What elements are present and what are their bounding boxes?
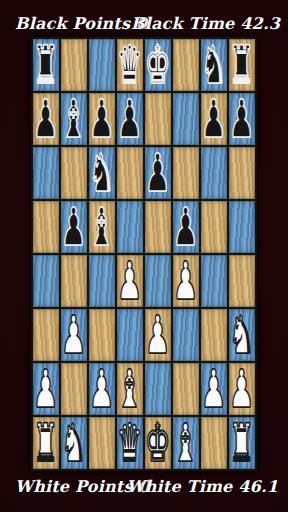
square-d2[interactable]: ♝ bbox=[117, 363, 143, 415]
square-e8[interactable]: ♚ bbox=[145, 39, 171, 91]
white-knight: ♞ bbox=[229, 309, 255, 361]
square-e1[interactable]: ♚ bbox=[145, 417, 171, 469]
square-g8[interactable]: ♞ bbox=[201, 39, 227, 91]
chess-board: ♜♛♚♞♜♟♝♟♟♟♟♞♟♟♝♟♟♟♟♟♞♟♟♝♟♟♜♞♛♚♝♜ bbox=[31, 37, 257, 471]
square-g2[interactable]: ♟ bbox=[201, 363, 227, 415]
square-a8[interactable]: ♜ bbox=[33, 39, 59, 91]
black-points-label: Black Points 0 bbox=[15, 14, 147, 33]
square-a3[interactable] bbox=[33, 309, 59, 361]
white-bishop: ♝ bbox=[117, 363, 143, 415]
square-c6[interactable]: ♞ bbox=[89, 147, 115, 199]
white-time-label: White Time 46.1 bbox=[127, 477, 278, 496]
white-bishop: ♝ bbox=[173, 417, 199, 469]
square-a7[interactable]: ♟ bbox=[33, 93, 59, 145]
square-d5[interactable] bbox=[117, 201, 143, 253]
square-a6[interactable] bbox=[33, 147, 59, 199]
square-d3[interactable] bbox=[117, 309, 143, 361]
square-f6[interactable] bbox=[173, 147, 199, 199]
square-b8[interactable] bbox=[61, 39, 87, 91]
black-king: ♚ bbox=[145, 39, 171, 91]
square-a2[interactable]: ♟ bbox=[33, 363, 59, 415]
square-b3[interactable]: ♟ bbox=[61, 309, 87, 361]
white-pawn: ♟ bbox=[229, 363, 255, 415]
black-pawn: ♟ bbox=[173, 201, 199, 253]
square-e7[interactable] bbox=[145, 93, 171, 145]
black-knight: ♞ bbox=[201, 39, 227, 91]
square-h6[interactable] bbox=[229, 147, 255, 199]
black-pawn: ♟ bbox=[33, 93, 59, 145]
square-g5[interactable] bbox=[201, 201, 227, 253]
square-a1[interactable]: ♜ bbox=[33, 417, 59, 469]
white-pawn: ♟ bbox=[33, 363, 59, 415]
square-f2[interactable] bbox=[173, 363, 199, 415]
square-h7[interactable]: ♟ bbox=[229, 93, 255, 145]
square-c1[interactable] bbox=[89, 417, 115, 469]
white-pawn: ♟ bbox=[61, 309, 87, 361]
square-d4[interactable]: ♟ bbox=[117, 255, 143, 307]
square-d8[interactable]: ♛ bbox=[117, 39, 143, 91]
black-pawn: ♟ bbox=[117, 93, 143, 145]
white-pawn: ♟ bbox=[145, 309, 171, 361]
black-pawn: ♟ bbox=[89, 93, 115, 145]
square-h5[interactable] bbox=[229, 201, 255, 253]
black-time-label: Black Time 42.3 bbox=[131, 14, 280, 33]
white-pawn: ♟ bbox=[89, 363, 115, 415]
square-f3[interactable] bbox=[173, 309, 199, 361]
square-f1[interactable]: ♝ bbox=[173, 417, 199, 469]
black-bishop: ♝ bbox=[61, 93, 87, 145]
square-h1[interactable]: ♜ bbox=[229, 417, 255, 469]
square-e2[interactable] bbox=[145, 363, 171, 415]
square-h2[interactable]: ♟ bbox=[229, 363, 255, 415]
square-e5[interactable] bbox=[145, 201, 171, 253]
black-pawn: ♟ bbox=[201, 93, 227, 145]
square-g3[interactable] bbox=[201, 309, 227, 361]
square-c8[interactable] bbox=[89, 39, 115, 91]
square-a5[interactable] bbox=[33, 201, 59, 253]
square-g1[interactable] bbox=[201, 417, 227, 469]
white-pawn: ♟ bbox=[201, 363, 227, 415]
black-pawn: ♟ bbox=[229, 93, 255, 145]
white-knight: ♞ bbox=[61, 417, 87, 469]
black-pawn: ♟ bbox=[145, 147, 171, 199]
square-g4[interactable] bbox=[201, 255, 227, 307]
square-g7[interactable]: ♟ bbox=[201, 93, 227, 145]
square-a4[interactable] bbox=[33, 255, 59, 307]
square-d7[interactable]: ♟ bbox=[117, 93, 143, 145]
black-knight: ♞ bbox=[89, 147, 115, 199]
square-b5[interactable]: ♟ bbox=[61, 201, 87, 253]
black-bishop: ♝ bbox=[89, 201, 115, 253]
square-b2[interactable] bbox=[61, 363, 87, 415]
white-pawn: ♟ bbox=[173, 255, 199, 307]
square-e4[interactable] bbox=[145, 255, 171, 307]
white-king: ♚ bbox=[145, 417, 171, 469]
square-f5[interactable]: ♟ bbox=[173, 201, 199, 253]
square-e6[interactable]: ♟ bbox=[145, 147, 171, 199]
black-rook: ♜ bbox=[229, 39, 255, 91]
square-b6[interactable] bbox=[61, 147, 87, 199]
square-c2[interactable]: ♟ bbox=[89, 363, 115, 415]
white-pawn: ♟ bbox=[117, 255, 143, 307]
square-h4[interactable] bbox=[229, 255, 255, 307]
square-h3[interactable]: ♞ bbox=[229, 309, 255, 361]
square-e3[interactable]: ♟ bbox=[145, 309, 171, 361]
square-c5[interactable]: ♝ bbox=[89, 201, 115, 253]
square-f8[interactable] bbox=[173, 39, 199, 91]
square-b7[interactable]: ♝ bbox=[61, 93, 87, 145]
square-c3[interactable] bbox=[89, 309, 115, 361]
white-queen: ♛ bbox=[117, 417, 143, 469]
white-rook: ♜ bbox=[33, 417, 59, 469]
black-rook: ♜ bbox=[33, 39, 59, 91]
white-rook: ♜ bbox=[229, 417, 255, 469]
square-f7[interactable] bbox=[173, 93, 199, 145]
square-c7[interactable]: ♟ bbox=[89, 93, 115, 145]
black-pawn: ♟ bbox=[61, 201, 87, 253]
app-screen: Black Points 0 Black Time 42.3 ♜♛♚♞♜♟♝♟♟… bbox=[0, 0, 288, 512]
square-b1[interactable]: ♞ bbox=[61, 417, 87, 469]
square-c4[interactable] bbox=[89, 255, 115, 307]
square-b4[interactable] bbox=[61, 255, 87, 307]
square-d1[interactable]: ♛ bbox=[117, 417, 143, 469]
square-d6[interactable] bbox=[117, 147, 143, 199]
black-queen: ♛ bbox=[117, 39, 143, 91]
square-g6[interactable] bbox=[201, 147, 227, 199]
square-f4[interactable]: ♟ bbox=[173, 255, 199, 307]
square-h8[interactable]: ♜ bbox=[229, 39, 255, 91]
